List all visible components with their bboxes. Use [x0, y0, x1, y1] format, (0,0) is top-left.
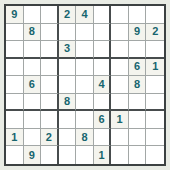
cell-r9c3[interactable] [41, 146, 59, 164]
cell-r9c1[interactable] [6, 146, 24, 164]
cell-r5c8: 8 [129, 76, 147, 94]
cell-r3c6[interactable] [94, 41, 112, 59]
cell-r9c6: 1 [94, 146, 112, 164]
cell-r6c1[interactable] [6, 94, 24, 112]
cell-r7c3[interactable] [41, 111, 59, 129]
cell-r4c3[interactable] [41, 59, 59, 77]
cell-r6c7[interactable] [111, 94, 129, 112]
cell-r3c4: 3 [59, 41, 77, 59]
cell-r9c7[interactable] [111, 146, 129, 164]
cell-r7c7: 1 [111, 111, 129, 129]
cell-r6c5[interactable] [76, 94, 94, 112]
cell-r4c5[interactable] [76, 59, 94, 77]
cell-r1c4: 2 [59, 6, 77, 24]
cell-r2c1[interactable] [6, 24, 24, 42]
cell-r4c7[interactable] [111, 59, 129, 77]
cell-r3c9[interactable] [146, 41, 164, 59]
cell-r4c9: 1 [146, 59, 164, 77]
cell-r6c9[interactable] [146, 94, 164, 112]
cell-r1c9[interactable] [146, 6, 164, 24]
cell-r5c6: 4 [94, 76, 112, 94]
cell-r8c3: 2 [41, 129, 59, 147]
cell-r1c2[interactable] [24, 6, 42, 24]
cell-r2c8: 9 [129, 24, 147, 42]
cell-r2c9: 2 [146, 24, 164, 42]
cell-r1c7[interactable] [111, 6, 129, 24]
cell-r7c2[interactable] [24, 111, 42, 129]
cell-r2c4[interactable] [59, 24, 77, 42]
cell-r4c1[interactable] [6, 59, 24, 77]
cell-r2c6[interactable] [94, 24, 112, 42]
cell-r8c9[interactable] [146, 129, 164, 147]
cell-r8c6[interactable] [94, 129, 112, 147]
cell-r3c3[interactable] [41, 41, 59, 59]
cell-r2c7[interactable] [111, 24, 129, 42]
cell-r9c2: 9 [24, 146, 42, 164]
cell-r1c1: 9 [6, 6, 24, 24]
cell-r6c2[interactable] [24, 94, 42, 112]
cell-r4c8: 6 [129, 59, 147, 77]
cell-r5c7[interactable] [111, 76, 129, 94]
cell-r1c5: 4 [76, 6, 94, 24]
cell-r2c2: 8 [24, 24, 42, 42]
cell-r7c9[interactable] [146, 111, 164, 129]
cell-r8c8[interactable] [129, 129, 147, 147]
cell-r5c4[interactable] [59, 76, 77, 94]
cell-r7c4[interactable] [59, 111, 77, 129]
sudoku-board: 92489236164886112891 [4, 4, 166, 166]
cell-r6c6[interactable] [94, 94, 112, 112]
cell-r5c9[interactable] [146, 76, 164, 94]
cell-r3c2[interactable] [24, 41, 42, 59]
cell-r4c6[interactable] [94, 59, 112, 77]
cell-r6c8[interactable] [129, 94, 147, 112]
cell-r3c5[interactable] [76, 41, 94, 59]
cell-r3c8[interactable] [129, 41, 147, 59]
cell-r7c8[interactable] [129, 111, 147, 129]
cell-r8c2[interactable] [24, 129, 42, 147]
cell-r1c6[interactable] [94, 6, 112, 24]
cell-r3c7[interactable] [111, 41, 129, 59]
cell-r9c5[interactable] [76, 146, 94, 164]
cell-r4c2[interactable] [24, 59, 42, 77]
cell-r5c5[interactable] [76, 76, 94, 94]
cell-r1c8[interactable] [129, 6, 147, 24]
cell-r8c5: 8 [76, 129, 94, 147]
cell-r9c4[interactable] [59, 146, 77, 164]
cell-r4c4[interactable] [59, 59, 77, 77]
cell-r1c3[interactable] [41, 6, 59, 24]
cell-r2c3[interactable] [41, 24, 59, 42]
cell-r5c2: 6 [24, 76, 42, 94]
cell-r5c3[interactable] [41, 76, 59, 94]
cell-r2c5[interactable] [76, 24, 94, 42]
cell-r5c1[interactable] [6, 76, 24, 94]
cell-r3c1[interactable] [6, 41, 24, 59]
cell-r9c9[interactable] [146, 146, 164, 164]
cell-r7c6: 6 [94, 111, 112, 129]
cell-r7c5[interactable] [76, 111, 94, 129]
cell-r8c4[interactable] [59, 129, 77, 147]
cell-r8c7[interactable] [111, 129, 129, 147]
cell-r6c3[interactable] [41, 94, 59, 112]
cell-r9c8[interactable] [129, 146, 147, 164]
cell-r7c1[interactable] [6, 111, 24, 129]
cell-r8c1: 1 [6, 129, 24, 147]
cell-r6c4: 8 [59, 94, 77, 112]
